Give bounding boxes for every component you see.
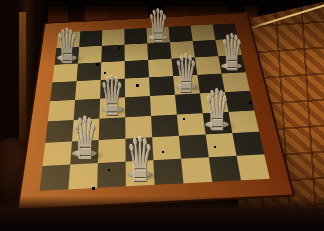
chess-piece-queen-f5[interactable]: ♛ [175,48,198,100]
board-square[interactable] [125,60,149,79]
board-square[interactable] [149,76,175,96]
chess-piece-queen-b2[interactable]: ♛ [72,111,98,169]
board-square[interactable] [177,113,206,136]
artifact-dot [214,146,216,148]
board-square[interactable] [229,111,260,134]
board-square[interactable] [45,120,73,143]
board-square[interactable] [232,132,264,156]
artifact-dot [249,101,252,104]
artifact-dot [96,63,99,66]
board-square[interactable] [40,165,71,191]
board-square[interactable] [151,115,179,138]
board-square[interactable] [125,96,151,117]
chess-piece-queen-d1[interactable]: ♛ [126,130,153,191]
board-square[interactable] [195,56,222,75]
chess-piece-queen-g3[interactable]: ♛ [205,83,230,139]
board-square[interactable] [237,154,270,180]
chess-piece-queen-a7[interactable]: ♛ [56,23,77,70]
board-square[interactable] [152,136,181,160]
artifact-dot [92,187,95,190]
board-square[interactable] [125,77,150,97]
board-square[interactable] [42,141,71,166]
board-square[interactable] [75,80,101,100]
artifact-dot [118,47,120,49]
artifact-dot [183,118,185,120]
cabinet-edge-highlight [19,12,26,152]
board-square[interactable] [191,24,216,41]
chess-piece-queen-h6[interactable]: ♛ [221,29,243,79]
board-square[interactable] [150,95,177,116]
artifact-dot [162,151,164,153]
board-square[interactable] [50,81,76,101]
chess-piece-queen-e8[interactable]: ♛ [148,4,168,49]
chess-piece-queen-c4[interactable]: ♛ [100,70,124,124]
board-square[interactable] [209,156,241,182]
board-square[interactable] [101,45,124,63]
chess-3d-scene: ♛♛♛♛♛♛♛♛ [0,0,324,231]
board-square[interactable] [98,139,126,163]
board-square[interactable] [153,159,183,185]
artifact-dot [136,84,139,87]
board-square[interactable] [124,28,147,45]
board-square[interactable] [125,43,149,61]
board-square[interactable] [148,59,173,78]
board-square[interactable] [97,162,126,188]
board-square[interactable] [79,30,102,47]
artifact-dot [108,169,110,171]
board-square[interactable] [181,157,212,183]
board-square[interactable] [102,29,125,46]
